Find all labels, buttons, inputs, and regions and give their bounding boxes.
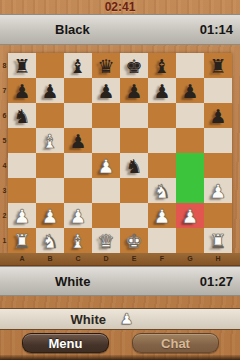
square-g1[interactable]	[176, 228, 204, 253]
square-d4[interactable]: ♟	[92, 153, 120, 178]
chess-app-screen: 02:41 Black 01:14 87654321 ♜♝♛♚♝♜♟♟♟♟♟♟♞…	[0, 0, 240, 360]
chat-button[interactable]: Chat	[132, 333, 219, 353]
black-pawn: ♟	[13, 79, 30, 103]
square-e7[interactable]: ♟	[120, 78, 148, 103]
square-c1[interactable]: ♝	[64, 228, 92, 253]
square-e4[interactable]: ♞	[120, 153, 148, 178]
square-d7[interactable]: ♟	[92, 78, 120, 103]
white-rook: ♜	[13, 229, 30, 253]
bottom-edge-shadow	[0, 355, 240, 360]
square-c6[interactable]	[64, 103, 92, 128]
square-g4[interactable]	[176, 153, 204, 178]
white-pawn: ♟	[41, 204, 58, 228]
white-pawn: ♟	[69, 204, 86, 228]
black-player-bar: Black 01:14	[0, 14, 240, 45]
white-pawn: ♟	[153, 204, 170, 228]
black-pawn: ♟	[69, 129, 86, 153]
square-c7[interactable]	[64, 78, 92, 103]
square-a1[interactable]: ♜	[8, 228, 36, 253]
square-h2[interactable]	[204, 203, 232, 228]
square-a8[interactable]: ♜	[8, 53, 36, 78]
square-h1[interactable]: ♜	[204, 228, 232, 253]
square-h5[interactable]	[204, 128, 232, 153]
black-pawn: ♟	[153, 79, 170, 103]
square-h7[interactable]	[204, 78, 232, 103]
white-queen: ♛	[97, 229, 114, 253]
black-pawn: ♟	[181, 79, 198, 103]
square-h3[interactable]: ♟	[204, 178, 232, 203]
black-knight: ♞	[13, 104, 30, 128]
square-b7[interactable]: ♟	[36, 78, 64, 103]
square-h8[interactable]: ♜	[204, 53, 232, 78]
black-bishop: ♝	[153, 54, 170, 78]
file-label-h: H	[204, 253, 232, 266]
black-rook: ♜	[209, 54, 226, 78]
square-f3[interactable]: ♞	[148, 178, 176, 203]
square-b8[interactable]	[36, 53, 64, 78]
square-e8[interactable]: ♚	[120, 53, 148, 78]
black-pawn: ♟	[125, 79, 142, 103]
black-pawn: ♟	[209, 104, 226, 128]
square-c2[interactable]: ♟	[64, 203, 92, 228]
black-player-label: Black	[55, 22, 90, 37]
white-pawn: ♟	[97, 154, 114, 178]
file-label-e: E	[120, 253, 148, 266]
file-label-b: B	[36, 253, 64, 266]
square-b5[interactable]: ♝	[36, 128, 64, 153]
square-c8[interactable]: ♝	[64, 53, 92, 78]
square-f6[interactable]	[148, 103, 176, 128]
white-pawn: ♟	[181, 204, 198, 228]
square-b1[interactable]: ♞	[36, 228, 64, 253]
white-pawn-icon: ♟	[120, 310, 133, 328]
black-queen: ♛	[97, 54, 114, 78]
square-g2[interactable]: ♟	[176, 203, 204, 228]
square-g3[interactable]	[176, 178, 204, 203]
square-c4[interactable]	[64, 153, 92, 178]
white-pawn: ♟	[13, 204, 30, 228]
square-c5[interactable]: ♟	[64, 128, 92, 153]
turn-indicator: White ♟	[0, 308, 240, 330]
square-f7[interactable]: ♟	[148, 78, 176, 103]
square-f5[interactable]	[148, 128, 176, 153]
black-bishop: ♝	[69, 54, 86, 78]
black-pawn: ♟	[97, 79, 114, 103]
square-d5[interactable]	[92, 128, 120, 153]
file-label-c: C	[64, 253, 92, 266]
file-labels: ABCDEFGH	[8, 253, 232, 266]
square-g7[interactable]: ♟	[176, 78, 204, 103]
square-a3[interactable]	[8, 178, 36, 203]
square-f2[interactable]: ♟	[148, 203, 176, 228]
white-knight: ♞	[153, 179, 170, 203]
square-g8[interactable]	[176, 53, 204, 78]
square-f8[interactable]: ♝	[148, 53, 176, 78]
black-rook: ♜	[13, 54, 30, 78]
square-c3[interactable]	[64, 178, 92, 203]
square-a6[interactable]: ♞	[8, 103, 36, 128]
square-b4[interactable]	[36, 153, 64, 178]
file-labels-strip: ABCDEFGH	[0, 253, 240, 266]
chess-board: ♜♝♛♚♝♜♟♟♟♟♟♟♞♟♝♟♟♞♞♟♟♟♟♟♟♜♞♝♛♚♜	[8, 53, 232, 253]
square-h4[interactable]	[204, 153, 232, 178]
white-player-clock: 01:27	[200, 274, 233, 289]
square-a4[interactable]	[8, 153, 36, 178]
square-e5[interactable]	[120, 128, 148, 153]
white-player-bar: White 01:27	[0, 266, 240, 296]
square-a5[interactable]	[8, 128, 36, 153]
white-knight: ♞	[41, 229, 58, 253]
black-king: ♚	[125, 54, 142, 78]
white-bishop: ♝	[69, 229, 86, 253]
square-g5[interactable]	[176, 128, 204, 153]
square-d6[interactable]	[92, 103, 120, 128]
black-player-clock: 01:14	[200, 22, 233, 37]
square-d3[interactable]	[92, 178, 120, 203]
black-pawn: ♟	[41, 79, 58, 103]
square-d8[interactable]: ♛	[92, 53, 120, 78]
square-a7[interactable]: ♟	[8, 78, 36, 103]
file-label-d: D	[92, 253, 120, 266]
square-e3[interactable]	[120, 178, 148, 203]
black-knight: ♞	[125, 154, 142, 178]
white-pawn: ♟	[209, 179, 226, 203]
square-b2[interactable]: ♟	[36, 203, 64, 228]
square-b3[interactable]	[36, 178, 64, 203]
square-f4[interactable]	[148, 153, 176, 178]
file-label-f: F	[148, 253, 176, 266]
file-label-a: A	[8, 253, 36, 266]
square-g6[interactable]	[176, 103, 204, 128]
square-e1[interactable]: ♚	[120, 228, 148, 253]
square-f1[interactable]	[148, 228, 176, 253]
white-king: ♚	[125, 229, 142, 253]
file-label-g: G	[176, 253, 204, 266]
square-d2[interactable]	[92, 203, 120, 228]
square-d1[interactable]: ♛	[92, 228, 120, 253]
square-b6[interactable]	[36, 103, 64, 128]
white-bishop: ♝	[41, 129, 58, 153]
turn-indicator-label: White	[71, 312, 106, 327]
menu-button[interactable]: Menu	[22, 333, 109, 353]
white-rook: ♜	[209, 229, 226, 253]
white-player-label: White	[55, 274, 90, 289]
square-e2[interactable]	[120, 203, 148, 228]
game-timer: 02:41	[0, 0, 240, 14]
square-h6[interactable]: ♟	[204, 103, 232, 128]
square-e6[interactable]	[120, 103, 148, 128]
square-a2[interactable]: ♟	[8, 203, 36, 228]
